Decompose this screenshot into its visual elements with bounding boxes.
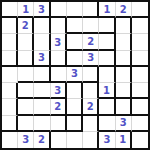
grid-cell-r9c6[interactable] [83, 132, 99, 148]
grid-cell-r5c1[interactable] [2, 67, 18, 83]
grid-cell-r6c6[interactable] [83, 83, 99, 99]
grid-cell-r5c2[interactable] [18, 67, 34, 83]
given-digit-r4c6[interactable]: 3 [83, 51, 99, 67]
grid-cell-r2c7[interactable] [99, 18, 115, 34]
grid-cell-r5c9[interactable] [132, 67, 148, 83]
grid-cell-r9c9[interactable] [132, 132, 148, 148]
given-digit-r2c2[interactable]: 2 [18, 18, 34, 34]
grid-cell-r9c5[interactable] [67, 132, 83, 148]
grid-cell-r3c3[interactable] [34, 34, 50, 50]
grid-cell-r7c8[interactable] [116, 99, 132, 115]
grid-cell-r5c8[interactable] [116, 67, 132, 83]
given-digit-r1c8[interactable]: 2 [116, 2, 132, 18]
grid-cell-r3c5[interactable] [67, 34, 83, 50]
given-digit-r8c8[interactable]: 3 [116, 116, 132, 132]
grid-cell-r1c5[interactable] [67, 2, 83, 18]
grid-cell-r8c7[interactable] [99, 116, 115, 132]
grid-cell-r2c6[interactable] [83, 18, 99, 34]
grid-cell-r2c4[interactable] [51, 18, 67, 34]
given-digit-r7c4[interactable]: 2 [51, 99, 67, 115]
grid-cell-r3c1[interactable] [2, 34, 18, 50]
grid-cell-r4c2[interactable] [18, 51, 34, 67]
grid-cell-r9c1[interactable] [2, 132, 18, 148]
grid-cell-r5c3[interactable] [34, 67, 50, 83]
grid-cell-r4c1[interactable] [2, 51, 18, 67]
given-digit-r9c7[interactable]: 3 [99, 132, 115, 148]
given-digit-r3c4[interactable]: 3 [51, 34, 67, 50]
given-digit-r9c2[interactable]: 3 [18, 132, 34, 148]
grid-cell-r2c5[interactable] [67, 18, 83, 34]
grid-cell-r9c4[interactable] [51, 132, 67, 148]
grid-cell-r7c7[interactable] [99, 99, 115, 115]
given-digit-r4c3[interactable]: 3 [34, 51, 50, 67]
grid-cell-r4c8[interactable] [116, 51, 132, 67]
grid-cell-r3c8[interactable] [116, 34, 132, 50]
grid-cell-r8c4[interactable] [51, 116, 67, 132]
grid-cell-r8c3[interactable] [34, 116, 50, 132]
given-digit-r3c6[interactable]: 2 [83, 34, 99, 50]
grid-cell-r2c9[interactable] [132, 18, 148, 34]
grid-cell-r1c9[interactable] [132, 2, 148, 18]
grid-cell-r5c4[interactable] [51, 67, 67, 83]
grid-cell-r7c2[interactable] [18, 99, 34, 115]
grid-cell-r4c7[interactable] [99, 51, 115, 67]
grid-cell-r6c9[interactable] [132, 83, 148, 99]
given-digit-r7c6[interactable]: 2 [83, 99, 99, 115]
grid-cell-r7c1[interactable] [2, 99, 18, 115]
given-digit-r9c3[interactable]: 2 [34, 132, 50, 148]
grid-cell-r2c1[interactable] [2, 18, 18, 34]
grid-cell-r6c5[interactable] [67, 83, 83, 99]
grid-cell-r8c5[interactable] [67, 116, 83, 132]
grid-cell-r8c9[interactable] [132, 116, 148, 132]
grid-cell-r5c6[interactable] [83, 67, 99, 83]
grid-cell-r3c9[interactable] [132, 34, 148, 50]
grid-cell-r7c3[interactable] [34, 99, 50, 115]
grid-cell-r1c4[interactable] [51, 2, 67, 18]
grid-cell-r1c6[interactable] [83, 2, 99, 18]
grid-cell-r5c7[interactable] [99, 67, 115, 83]
grid-cell-r4c5[interactable] [67, 51, 83, 67]
grid-cell-r6c3[interactable] [34, 83, 50, 99]
grid-cell-r3c2[interactable] [18, 34, 34, 50]
grid-cell-r8c6[interactable] [83, 116, 99, 132]
grid-cell-r6c1[interactable] [2, 83, 18, 99]
given-digit-r1c7[interactable]: 1 [99, 2, 115, 18]
given-digit-r1c2[interactable]: 1 [18, 2, 34, 18]
grid-cell-r7c9[interactable] [132, 99, 148, 115]
given-digit-r5c5[interactable]: 3 [67, 67, 83, 83]
grid-cell-r4c4[interactable] [51, 51, 67, 67]
grid-cell-r2c3[interactable] [34, 18, 50, 34]
grid-cell-r2c8[interactable] [116, 18, 132, 34]
given-digit-r1c3[interactable]: 3 [34, 2, 50, 18]
grid-cell-r6c2[interactable] [18, 83, 34, 99]
grid-cell-r4c9[interactable] [132, 51, 148, 67]
grid-cell-r8c1[interactable] [2, 116, 18, 132]
grid-cell-r7c5[interactable] [67, 99, 83, 115]
given-digit-r9c8[interactable]: 1 [116, 132, 132, 148]
given-digit-r6c4[interactable]: 3 [51, 83, 67, 99]
puzzle-board: 1312232333312233231 [0, 0, 150, 150]
given-digit-r6c7[interactable]: 1 [99, 83, 115, 99]
grid-cell-r1c1[interactable] [2, 2, 18, 18]
grid-cell-r8c2[interactable] [18, 116, 34, 132]
grid-cell-r6c8[interactable] [116, 83, 132, 99]
grid-cell-r3c7[interactable] [99, 34, 115, 50]
